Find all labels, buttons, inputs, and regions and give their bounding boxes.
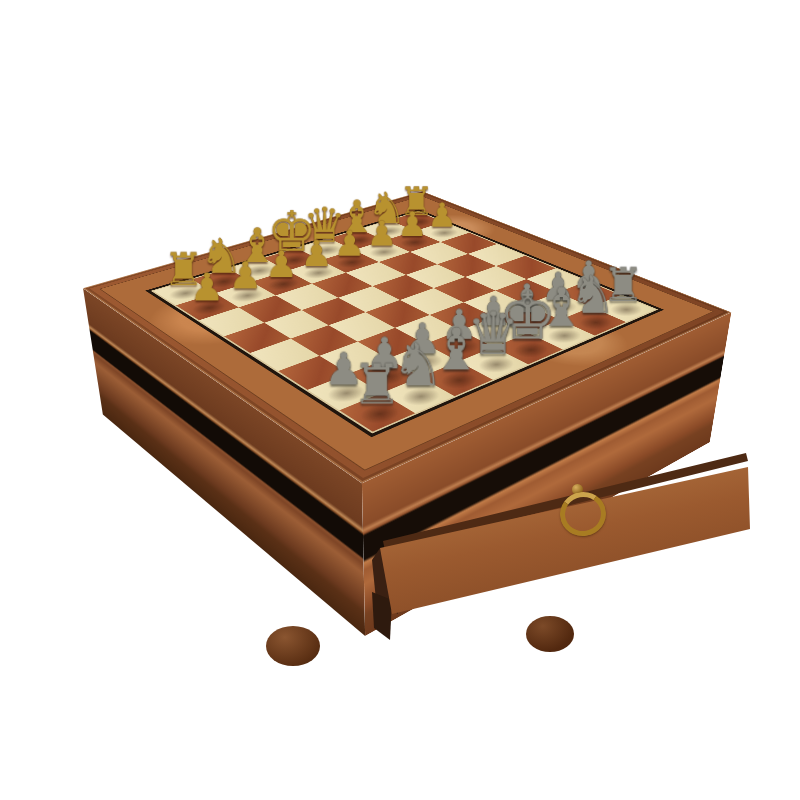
case-3d-view: ♜♞♝♚♛♝♞♜♟♟♟♟♟♟♟♟♟♟♟♟♟♟♟♟♜♞♝♛♚♝♞♜ [0, 0, 800, 800]
wooden-case-top: ♜♞♝♚♛♝♞♜♟♟♟♟♟♟♟♟♟♟♟♟♟♟♟♟♜♞♝♛♚♝♞♜ [83, 191, 731, 483]
piece-gold-pawn-a7: ♟ [190, 268, 224, 306]
chess-set-product-photo: ♜♞♝♚♛♝♞♜♟♟♟♟♟♟♟♟♟♟♟♟♟♟♟♟♜♞♝♛♚♝♞♜ [0, 0, 800, 800]
piece-silver-rook-a1: ♜ [352, 356, 402, 412]
